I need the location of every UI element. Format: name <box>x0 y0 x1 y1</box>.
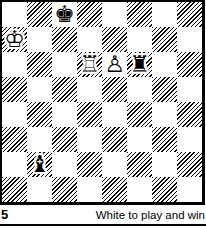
square-h2 <box>177 152 202 177</box>
square-d7 <box>77 27 102 52</box>
square-h7 <box>177 27 202 52</box>
square-b3 <box>27 127 52 152</box>
square-c6 <box>52 52 77 77</box>
square-a1 <box>2 177 27 202</box>
square-c5 <box>52 77 77 102</box>
caption-bar: 5 White to play and win <box>1 205 205 224</box>
square-d8 <box>77 2 102 27</box>
square-f7 <box>127 27 152 52</box>
square-d6: ♜♖ <box>77 52 102 77</box>
puzzle-number: 5 <box>1 207 8 222</box>
square-b7 <box>27 27 52 52</box>
divider-rule <box>0 224 206 226</box>
square-c2 <box>52 152 77 177</box>
square-c7 <box>52 27 77 52</box>
square-c1 <box>52 177 77 202</box>
square-h1 <box>177 177 202 202</box>
square-c4 <box>52 102 77 127</box>
square-b1 <box>27 177 52 202</box>
piece-white-king: ♚♔ <box>2 27 27 52</box>
square-g6 <box>152 52 177 77</box>
square-e8 <box>102 2 127 27</box>
square-e1 <box>102 177 127 202</box>
square-f6: ♜ <box>127 52 152 77</box>
square-c3 <box>52 127 77 152</box>
square-e6: ♟♙ <box>102 52 127 77</box>
square-f4 <box>127 102 152 127</box>
square-e2 <box>102 152 127 177</box>
square-f2 <box>127 152 152 177</box>
square-b8 <box>27 2 52 27</box>
square-f3 <box>127 127 152 152</box>
square-a4 <box>2 102 27 127</box>
square-g1 <box>152 177 177 202</box>
square-h8 <box>177 2 202 27</box>
square-h4 <box>177 102 202 127</box>
square-d4 <box>77 102 102 127</box>
square-b2: ♝ <box>27 152 52 177</box>
square-a2 <box>2 152 27 177</box>
piece-black-king: ♚ <box>52 2 77 27</box>
square-g5 <box>152 77 177 102</box>
square-f5 <box>127 77 152 102</box>
square-g2 <box>152 152 177 177</box>
square-e3 <box>102 127 127 152</box>
square-d2 <box>77 152 102 177</box>
square-b6 <box>27 52 52 77</box>
caption-text: White to play and win <box>96 209 205 221</box>
square-f1 <box>127 177 152 202</box>
piece-black-bishop: ♝ <box>27 152 52 177</box>
square-h6 <box>177 52 202 77</box>
piece-white-pawn: ♟♙ <box>102 52 127 77</box>
square-g3 <box>152 127 177 152</box>
square-d5 <box>77 77 102 102</box>
square-g4 <box>152 102 177 127</box>
square-d3 <box>77 127 102 152</box>
square-f8 <box>127 2 152 27</box>
square-b4 <box>27 102 52 127</box>
square-g8 <box>152 2 177 27</box>
square-d1 <box>77 177 102 202</box>
square-a6 <box>2 52 27 77</box>
square-e7 <box>102 27 127 52</box>
square-g7 <box>152 27 177 52</box>
square-a3 <box>2 127 27 152</box>
square-c8: ♚ <box>52 2 77 27</box>
diagram-page: ♚♚♔♜♖♟♙♜♝ 5 White to play and win <box>0 0 206 232</box>
square-e5 <box>102 77 127 102</box>
square-h5 <box>177 77 202 102</box>
piece-black-rook: ♜ <box>127 52 152 77</box>
piece-white-rook: ♜♖ <box>77 52 102 77</box>
square-e4 <box>102 102 127 127</box>
square-a5 <box>2 77 27 102</box>
square-a7: ♚♔ <box>2 27 27 52</box>
square-h3 <box>177 127 202 152</box>
chess-board: ♚♚♔♜♖♟♙♜♝ <box>0 0 205 205</box>
square-a8 <box>2 2 27 27</box>
square-b5 <box>27 77 52 102</box>
